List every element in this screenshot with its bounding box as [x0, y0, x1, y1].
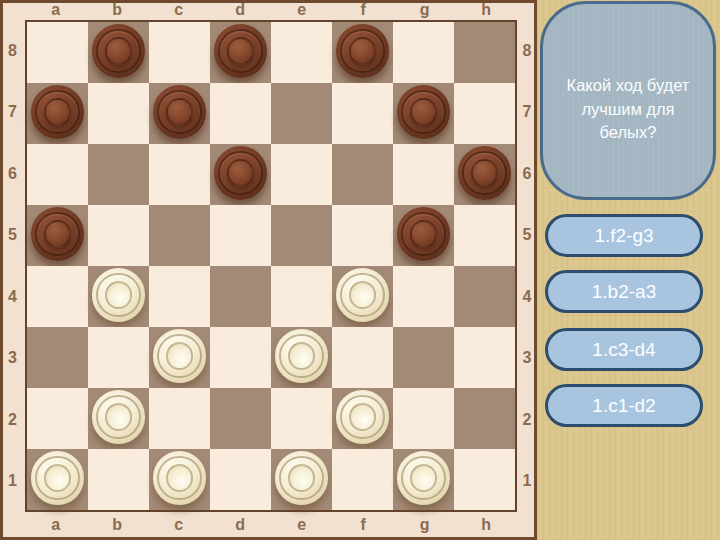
- square-d3: [210, 327, 271, 388]
- file-label-f: f: [333, 0, 395, 20]
- file-label-d: d: [210, 0, 272, 20]
- square-f3: [332, 327, 393, 388]
- square-f8: [332, 22, 393, 83]
- square-h6: [454, 144, 515, 205]
- rank-label-4: 4: [517, 266, 537, 328]
- board-widget: abcdefgh abcdefgh 87654321 87654321: [0, 0, 537, 540]
- square-e3: [271, 327, 332, 388]
- square-c7: [149, 83, 210, 144]
- square-b5: [88, 205, 149, 266]
- square-c2: [149, 388, 210, 449]
- rank-labels-left: 87654321: [0, 20, 25, 512]
- file-label-f: f: [333, 513, 395, 537]
- black-man-c7: [153, 85, 207, 139]
- black-man-b8: [92, 24, 146, 78]
- square-e1: [271, 449, 332, 510]
- white-man-g1: [397, 451, 451, 505]
- square-a4: [27, 266, 88, 327]
- square-h2: [454, 388, 515, 449]
- rank-label-7: 7: [517, 82, 537, 144]
- file-label-e: e: [271, 513, 333, 537]
- square-c8: [149, 22, 210, 83]
- rank-label-2: 2: [0, 389, 25, 451]
- square-e5: [271, 205, 332, 266]
- square-e6: [271, 144, 332, 205]
- square-g3: [393, 327, 454, 388]
- rank-label-8: 8: [0, 20, 25, 82]
- white-man-a1: [31, 451, 85, 505]
- rank-label-1: 1: [517, 451, 537, 513]
- square-e8: [271, 22, 332, 83]
- white-man-e3: [275, 329, 329, 383]
- square-a2: [27, 388, 88, 449]
- square-g4: [393, 266, 454, 327]
- rank-label-4: 4: [0, 266, 25, 328]
- answer-button-c1-d2[interactable]: 1.c1-d2: [545, 384, 703, 427]
- file-labels-bottom: abcdefgh: [25, 513, 517, 537]
- square-b6: [88, 144, 149, 205]
- square-d7: [210, 83, 271, 144]
- file-label-c: c: [148, 0, 210, 20]
- square-f6: [332, 144, 393, 205]
- black-man-d6: [214, 146, 268, 200]
- square-f4: [332, 266, 393, 327]
- rank-label-6: 6: [517, 143, 537, 205]
- square-a1: [27, 449, 88, 510]
- answer-button-f2-g3[interactable]: 1.f2-g3: [545, 214, 703, 257]
- question-text: Какой ход будет лучшим для белых?: [543, 74, 713, 146]
- square-g1: [393, 449, 454, 510]
- square-g6: [393, 144, 454, 205]
- white-man-b4: [92, 268, 146, 322]
- rank-label-2: 2: [517, 389, 537, 451]
- black-man-h6: [458, 146, 512, 200]
- black-man-f8: [336, 24, 390, 78]
- file-label-a: a: [25, 0, 87, 20]
- square-a6: [27, 144, 88, 205]
- file-label-h: h: [456, 0, 518, 20]
- rank-labels-right: 87654321: [517, 20, 537, 512]
- rank-label-1: 1: [0, 451, 25, 513]
- square-d1: [210, 449, 271, 510]
- rank-label-5: 5: [0, 205, 25, 267]
- rank-label-7: 7: [0, 82, 25, 144]
- file-label-d: d: [210, 513, 272, 537]
- square-g7: [393, 83, 454, 144]
- square-b8: [88, 22, 149, 83]
- square-h8: [454, 22, 515, 83]
- square-b7: [88, 83, 149, 144]
- square-e7: [271, 83, 332, 144]
- file-label-g: g: [394, 513, 456, 537]
- file-label-e: e: [271, 0, 333, 20]
- square-h3: [454, 327, 515, 388]
- black-man-a5: [31, 207, 85, 261]
- square-d4: [210, 266, 271, 327]
- white-man-b2: [92, 390, 146, 444]
- white-man-f4: [336, 268, 390, 322]
- square-a7: [27, 83, 88, 144]
- file-label-c: c: [148, 513, 210, 537]
- file-label-g: g: [394, 0, 456, 20]
- square-d8: [210, 22, 271, 83]
- square-f5: [332, 205, 393, 266]
- square-f1: [332, 449, 393, 510]
- black-man-g5: [397, 207, 451, 261]
- rank-label-8: 8: [517, 20, 537, 82]
- square-h5: [454, 205, 515, 266]
- square-b1: [88, 449, 149, 510]
- square-c4: [149, 266, 210, 327]
- answer-button-c3-d4[interactable]: 1.c3-d4: [545, 328, 703, 371]
- square-f7: [332, 83, 393, 144]
- white-man-c3: [153, 329, 207, 383]
- file-label-b: b: [87, 513, 149, 537]
- square-d5: [210, 205, 271, 266]
- square-c5: [149, 205, 210, 266]
- square-b3: [88, 327, 149, 388]
- square-a5: [27, 205, 88, 266]
- black-man-d8: [214, 24, 268, 78]
- square-h1: [454, 449, 515, 510]
- file-label-h: h: [456, 513, 518, 537]
- square-d6: [210, 144, 271, 205]
- white-man-c1: [153, 451, 207, 505]
- square-h7: [454, 83, 515, 144]
- square-b2: [88, 388, 149, 449]
- question-bubble: Какой ход будет лучшим для белых?: [540, 1, 716, 200]
- square-g5: [393, 205, 454, 266]
- square-d2: [210, 388, 271, 449]
- square-b4: [88, 266, 149, 327]
- square-a8: [27, 22, 88, 83]
- square-g8: [393, 22, 454, 83]
- square-c6: [149, 144, 210, 205]
- rank-label-3: 3: [517, 328, 537, 390]
- square-c1: [149, 449, 210, 510]
- square-f2: [332, 388, 393, 449]
- answer-button-b2-a3[interactable]: 1.b2-a3: [545, 270, 703, 313]
- file-label-b: b: [87, 0, 149, 20]
- black-man-a7: [31, 85, 85, 139]
- square-h4: [454, 266, 515, 327]
- file-labels-top: abcdefgh: [25, 0, 517, 20]
- square-e4: [271, 266, 332, 327]
- rank-label-6: 6: [0, 143, 25, 205]
- checkers-board: [25, 20, 517, 512]
- quiz-slide: abcdefgh abcdefgh 87654321 87654321 Како…: [0, 0, 720, 540]
- black-man-g7: [397, 85, 451, 139]
- white-man-e1: [275, 451, 329, 505]
- square-g2: [393, 388, 454, 449]
- rank-label-5: 5: [517, 205, 537, 267]
- rank-label-3: 3: [0, 328, 25, 390]
- file-label-a: a: [25, 513, 87, 537]
- square-c3: [149, 327, 210, 388]
- square-e2: [271, 388, 332, 449]
- square-a3: [27, 327, 88, 388]
- white-man-f2: [336, 390, 390, 444]
